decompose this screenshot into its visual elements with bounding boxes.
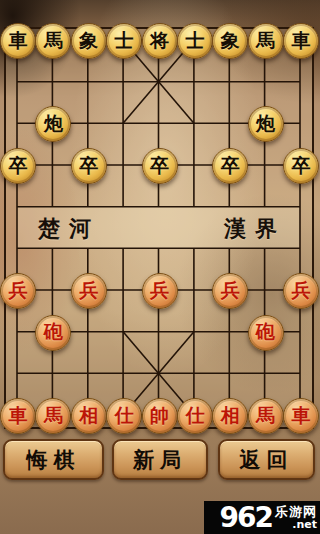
piece-character: 士: [115, 31, 134, 50]
watermark-number: 962: [220, 504, 272, 532]
piece-red-cannon[interactable]: 砲: [248, 315, 284, 351]
piece-black-soldier[interactable]: 卒: [0, 148, 36, 184]
piece-character: 象: [79, 31, 98, 50]
watermark-site-name: 乐游网: [275, 505, 317, 519]
piece-character: 兵: [79, 281, 98, 300]
piece-red-advisor[interactable]: 仕: [106, 398, 142, 434]
piece-red-cannon[interactable]: 砲: [35, 315, 71, 351]
piece-character: 帥: [150, 406, 169, 425]
piece-character: 馬: [256, 406, 275, 425]
piece-character: 兵: [221, 281, 240, 300]
back-button[interactable]: 返回: [218, 439, 315, 480]
piece-character: 兵: [292, 281, 311, 300]
piece-character: 馬: [44, 406, 63, 425]
piece-black-soldier[interactable]: 卒: [71, 148, 107, 184]
piece-character: 卒: [292, 156, 311, 175]
piece-red-advisor[interactable]: 仕: [177, 398, 213, 434]
river-label-chu-he: 楚河: [38, 214, 100, 244]
site-watermark: 962 乐游网 .net: [204, 501, 320, 534]
piece-black-soldier[interactable]: 卒: [283, 148, 319, 184]
piece-black-cannon[interactable]: 炮: [248, 106, 284, 142]
piece-red-soldier[interactable]: 兵: [142, 273, 178, 309]
piece-character: 士: [185, 31, 204, 50]
piece-character: 将: [150, 31, 169, 50]
piece-red-chariot[interactable]: 車: [0, 398, 36, 434]
piece-red-horse[interactable]: 馬: [248, 398, 284, 434]
piece-red-soldier[interactable]: 兵: [71, 273, 107, 309]
piece-black-elephant[interactable]: 象: [71, 23, 107, 59]
piece-character: 馬: [44, 31, 63, 50]
piece-character: 相: [221, 406, 240, 425]
piece-character: 兵: [150, 281, 169, 300]
piece-red-chariot[interactable]: 車: [283, 398, 319, 434]
piece-character: 砲: [44, 322, 63, 341]
piece-red-soldier[interactable]: 兵: [0, 273, 36, 309]
piece-character: 相: [79, 406, 98, 425]
piece-character: 車: [9, 406, 28, 425]
piece-character: 仕: [115, 406, 134, 425]
river-label-han-jie: 漢界: [224, 214, 286, 244]
piece-black-advisor[interactable]: 士: [177, 23, 213, 59]
piece-character: 馬: [256, 31, 275, 50]
piece-character: 卒: [150, 156, 169, 175]
piece-character: 兵: [9, 281, 28, 300]
piece-black-general[interactable]: 将: [142, 23, 178, 59]
undo-move-button[interactable]: 悔棋: [3, 439, 104, 480]
piece-black-horse[interactable]: 馬: [248, 23, 284, 59]
piece-black-advisor[interactable]: 士: [106, 23, 142, 59]
piece-character: 卒: [79, 156, 98, 175]
new-game-button[interactable]: 新局: [112, 439, 208, 480]
piece-character: 卒: [221, 156, 240, 175]
piece-black-soldier[interactable]: 卒: [142, 148, 178, 184]
piece-red-general[interactable]: 帥: [142, 398, 178, 434]
piece-black-chariot[interactable]: 車: [283, 23, 319, 59]
piece-red-elephant[interactable]: 相: [71, 398, 107, 434]
piece-character: 砲: [256, 322, 275, 341]
game-screen: 楚河 漢界 車馬象士将士象馬車炮炮卒卒卒卒卒兵兵兵兵兵砲砲車馬相仕帥仕相馬車 悔…: [0, 0, 320, 534]
piece-character: 仕: [185, 406, 204, 425]
piece-character: 炮: [256, 114, 275, 133]
piece-character: 車: [292, 406, 311, 425]
piece-character: 象: [221, 31, 240, 50]
piece-black-chariot[interactable]: 車: [0, 23, 36, 59]
piece-character: 卒: [9, 156, 28, 175]
piece-character: 車: [9, 31, 28, 50]
piece-character: 炮: [44, 114, 63, 133]
watermark-domain: .net: [292, 519, 317, 530]
piece-red-soldier[interactable]: 兵: [283, 273, 319, 309]
piece-character: 車: [292, 31, 311, 50]
